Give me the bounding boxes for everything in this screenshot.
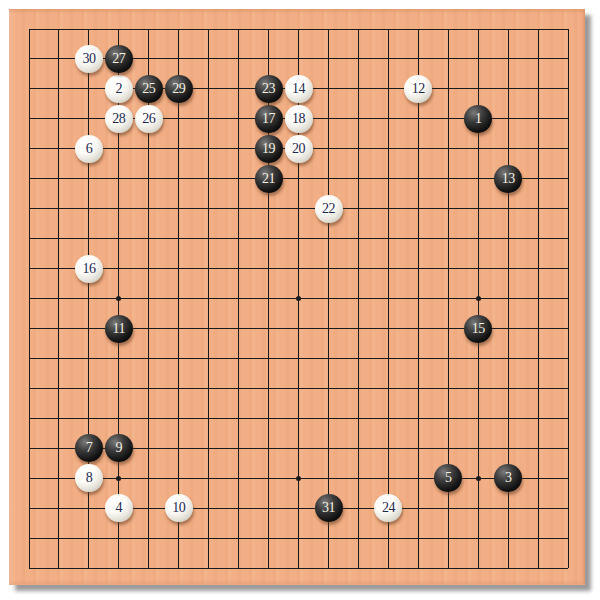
stone-white-L13[interactable]: 22 (315, 195, 343, 223)
move-number: 2 (116, 81, 123, 95)
grid-line (328, 29, 329, 568)
move-number: 5 (445, 471, 452, 485)
stone-white-C18[interactable]: 30 (75, 45, 103, 73)
stone-black-R4[interactable]: 3 (494, 464, 522, 492)
move-number: 17 (262, 111, 275, 125)
stone-white-E16[interactable]: 26 (135, 105, 163, 133)
move-number: 20 (292, 141, 305, 155)
move-number: 4 (116, 501, 123, 515)
move-number: 7 (86, 441, 93, 455)
move-number: 22 (322, 201, 335, 215)
move-number: 30 (82, 51, 95, 65)
grid-line (568, 29, 569, 568)
move-number: 10 (172, 501, 185, 515)
stone-black-J15[interactable]: 19 (255, 135, 283, 163)
stone-black-E17[interactable]: 25 (135, 75, 163, 103)
go-board[interactable]: 1234567891011121314151617181920212223242… (9, 9, 585, 585)
stone-white-C15[interactable]: 6 (75, 135, 103, 163)
grid-line (388, 29, 389, 568)
move-number: 31 (322, 501, 335, 515)
move-number: 6 (86, 141, 93, 155)
grid-line (538, 29, 539, 568)
move-number: 8 (86, 471, 93, 485)
star-point (476, 296, 481, 301)
move-number: 26 (142, 111, 155, 125)
star-point (116, 296, 121, 301)
move-number: 24 (382, 501, 395, 515)
stone-black-Q16[interactable]: 1 (464, 105, 492, 133)
stone-white-O17[interactable]: 12 (404, 75, 432, 103)
move-number: 18 (292, 111, 305, 125)
move-number: 25 (142, 81, 155, 95)
stone-black-D5[interactable]: 9 (105, 434, 133, 462)
stone-white-D17[interactable]: 2 (105, 75, 133, 103)
stone-black-C5[interactable]: 7 (75, 434, 103, 462)
move-number: 23 (262, 81, 275, 95)
grid-line (29, 358, 568, 359)
move-number: 13 (502, 171, 515, 185)
stone-black-Q9[interactable]: 15 (464, 315, 492, 343)
move-number: 28 (112, 111, 125, 125)
move-number: 27 (112, 51, 125, 65)
stone-white-C11[interactable]: 16 (75, 255, 103, 283)
move-number: 14 (292, 81, 305, 95)
move-number: 21 (262, 171, 275, 185)
stone-white-C4[interactable]: 8 (75, 464, 103, 492)
move-number: 29 (172, 81, 185, 95)
stone-white-N3[interactable]: 24 (374, 494, 402, 522)
stone-black-P4[interactable]: 5 (434, 464, 462, 492)
page: 1234567891011121314151617181920212223242… (0, 0, 600, 600)
stone-black-L3[interactable]: 31 (315, 494, 343, 522)
move-number: 11 (113, 321, 125, 335)
stone-white-D16[interactable]: 28 (105, 105, 133, 133)
move-number: 12 (412, 81, 425, 95)
stone-white-K17[interactable]: 14 (285, 75, 313, 103)
move-number: 3 (505, 471, 512, 485)
grid-line (29, 568, 568, 569)
move-number: 19 (262, 141, 275, 155)
star-point (296, 296, 301, 301)
stone-white-F3[interactable]: 10 (165, 494, 193, 522)
stone-black-J17[interactable]: 23 (255, 75, 283, 103)
grid-line (29, 418, 568, 419)
stone-black-D18[interactable]: 27 (105, 45, 133, 73)
stone-black-J16[interactable]: 17 (255, 105, 283, 133)
stone-white-K15[interactable]: 20 (285, 135, 313, 163)
stone-white-K16[interactable]: 18 (285, 105, 313, 133)
move-number: 1 (475, 111, 482, 125)
grid-line (418, 29, 419, 568)
stone-black-R14[interactable]: 13 (494, 165, 522, 193)
move-number: 9 (116, 441, 123, 455)
stone-black-D9[interactable]: 11 (105, 315, 133, 343)
stone-black-J14[interactable]: 21 (255, 165, 283, 193)
grid-line (29, 388, 568, 389)
move-number: 15 (472, 321, 485, 335)
star-point (476, 476, 481, 481)
grid-line (358, 29, 359, 568)
stone-black-F17[interactable]: 29 (165, 75, 193, 103)
stone-white-D3[interactable]: 4 (105, 494, 133, 522)
grid-line (29, 538, 568, 539)
star-point (116, 476, 121, 481)
move-number: 16 (82, 261, 95, 275)
star-point (296, 476, 301, 481)
